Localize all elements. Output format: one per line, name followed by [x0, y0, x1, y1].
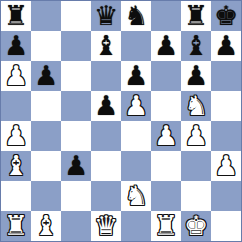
black-bishop[interactable]: ♝ [184, 32, 208, 59]
black-pawn[interactable]: ♟ [214, 32, 238, 59]
black-bishop[interactable]: ♝ [94, 32, 118, 59]
square-f3[interactable] [151, 151, 181, 181]
black-pawn[interactable]: ♟ [4, 32, 28, 59]
square-b2[interactable] [31, 181, 61, 211]
square-g6[interactable]: ♟ [181, 61, 211, 91]
square-c3[interactable]: ♟ [61, 151, 91, 181]
square-g3[interactable] [181, 151, 211, 181]
white-rook[interactable]: ♜ [4, 212, 28, 239]
square-b7[interactable] [31, 31, 61, 61]
square-f5[interactable] [151, 91, 181, 121]
square-c4[interactable] [61, 121, 91, 151]
square-g8[interactable]: ♜ [181, 1, 211, 31]
square-h8[interactable]: ♚ [211, 1, 241, 31]
square-g1[interactable]: ♚ [181, 211, 211, 241]
square-f6[interactable] [151, 61, 181, 91]
black-pawn[interactable]: ♟ [184, 62, 208, 89]
square-h5[interactable] [211, 91, 241, 121]
square-a8[interactable]: ♜ [1, 1, 31, 31]
white-knight[interactable]: ♞ [124, 182, 148, 209]
square-h7[interactable]: ♟ [211, 31, 241, 61]
white-bishop[interactable]: ♝ [4, 152, 28, 179]
black-rook[interactable]: ♜ [184, 2, 208, 29]
square-c2[interactable] [61, 181, 91, 211]
square-d8[interactable]: ♛ [91, 1, 121, 31]
square-f7[interactable]: ♟ [151, 31, 181, 61]
square-g7[interactable]: ♝ [181, 31, 211, 61]
square-d7[interactable]: ♝ [91, 31, 121, 61]
square-e6[interactable]: ♟ [121, 61, 151, 91]
square-b8[interactable] [31, 1, 61, 31]
square-a1[interactable]: ♜ [1, 211, 31, 241]
square-c1[interactable] [61, 211, 91, 241]
white-pawn[interactable]: ♟ [124, 92, 148, 119]
white-pawn[interactable]: ♟ [4, 62, 28, 89]
square-h4[interactable] [211, 121, 241, 151]
white-king[interactable]: ♚ [184, 212, 208, 239]
square-g2[interactable] [181, 181, 211, 211]
black-rook[interactable]: ♜ [4, 2, 28, 29]
white-queen[interactable]: ♛ [94, 212, 118, 239]
square-h2[interactable] [211, 181, 241, 211]
square-g5[interactable]: ♞ [181, 91, 211, 121]
square-e1[interactable] [121, 211, 151, 241]
square-a4[interactable]: ♟ [1, 121, 31, 151]
square-b6[interactable]: ♟ [31, 61, 61, 91]
square-h3[interactable]: ♟ [211, 151, 241, 181]
black-knight[interactable]: ♞ [124, 2, 148, 29]
square-f2[interactable] [151, 181, 181, 211]
square-e8[interactable]: ♞ [121, 1, 151, 31]
square-f4[interactable]: ♟ [151, 121, 181, 151]
square-g4[interactable]: ♟ [181, 121, 211, 151]
square-d1[interactable]: ♛ [91, 211, 121, 241]
square-h6[interactable] [211, 61, 241, 91]
square-c8[interactable] [61, 1, 91, 31]
square-a5[interactable] [1, 91, 31, 121]
square-c5[interactable] [61, 91, 91, 121]
square-b3[interactable] [31, 151, 61, 181]
square-e5[interactable]: ♟ [121, 91, 151, 121]
square-d3[interactable] [91, 151, 121, 181]
square-a2[interactable] [1, 181, 31, 211]
square-b4[interactable] [31, 121, 61, 151]
white-pawn[interactable]: ♟ [184, 122, 208, 149]
square-b1[interactable]: ♝ [31, 211, 61, 241]
square-d6[interactable] [91, 61, 121, 91]
black-queen[interactable]: ♛ [94, 2, 118, 29]
white-bishop[interactable]: ♝ [34, 212, 58, 239]
white-knight[interactable]: ♞ [184, 92, 208, 119]
black-pawn[interactable]: ♟ [34, 62, 58, 89]
square-b5[interactable] [31, 91, 61, 121]
white-pawn[interactable]: ♟ [214, 152, 238, 179]
square-a3[interactable]: ♝ [1, 151, 31, 181]
square-e4[interactable] [121, 121, 151, 151]
square-a7[interactable]: ♟ [1, 31, 31, 61]
black-pawn[interactable]: ♟ [94, 92, 118, 119]
white-pawn[interactable]: ♟ [4, 122, 28, 149]
white-pawn[interactable]: ♟ [154, 122, 178, 149]
black-pawn[interactable]: ♟ [124, 62, 148, 89]
square-d5[interactable]: ♟ [91, 91, 121, 121]
white-rook[interactable]: ♜ [154, 212, 178, 239]
square-f8[interactable] [151, 1, 181, 31]
square-e7[interactable] [121, 31, 151, 61]
square-a6[interactable]: ♟ [1, 61, 31, 91]
black-pawn[interactable]: ♟ [64, 152, 88, 179]
square-c7[interactable] [61, 31, 91, 61]
square-c6[interactable] [61, 61, 91, 91]
square-h1[interactable] [211, 211, 241, 241]
square-f1[interactable]: ♜ [151, 211, 181, 241]
black-king[interactable]: ♚ [214, 2, 238, 29]
chess-board: ♜♛♞♜♚♟♝♟♝♟♟♟♟♟♟♟♞♟♟♟♝♟♟♞♜♝♛♜♚ [0, 0, 242, 242]
square-d2[interactable] [91, 181, 121, 211]
square-e3[interactable] [121, 151, 151, 181]
square-e2[interactable]: ♞ [121, 181, 151, 211]
black-pawn[interactable]: ♟ [154, 32, 178, 59]
square-d4[interactable] [91, 121, 121, 151]
